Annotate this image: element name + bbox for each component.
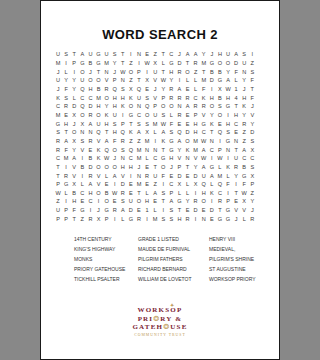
grid-cell: E bbox=[184, 111, 192, 120]
grid-cell: D bbox=[184, 128, 192, 137]
grid-cell: H bbox=[200, 189, 208, 198]
grid-cell: D bbox=[208, 76, 216, 85]
grid-cell: T bbox=[175, 206, 183, 215]
grid-cell: C bbox=[78, 93, 86, 102]
grid-cell: Z bbox=[127, 76, 135, 85]
grid-cell: P bbox=[62, 214, 70, 223]
grid-cell: O bbox=[167, 102, 175, 111]
grid-cell: G bbox=[208, 163, 216, 172]
grid-cell: L bbox=[62, 67, 70, 76]
grid-cell: W bbox=[216, 154, 224, 163]
grid-cell: P bbox=[62, 206, 70, 215]
grid-cell: W bbox=[200, 137, 208, 146]
grid-cell: H bbox=[208, 93, 216, 102]
grid-cell: G bbox=[224, 102, 232, 111]
grid-cell: Z bbox=[151, 50, 159, 59]
grid-cell: F bbox=[62, 145, 70, 154]
grid-cell: F bbox=[240, 180, 248, 189]
grid-cell: T bbox=[70, 214, 78, 223]
grid-cell: I bbox=[111, 180, 119, 189]
grid-cell: K bbox=[208, 119, 216, 128]
grid-cell: T bbox=[248, 85, 256, 94]
grid-cell: R bbox=[167, 93, 175, 102]
grid-cell: D bbox=[175, 171, 183, 180]
grid-cell: O bbox=[216, 111, 224, 120]
grid-cell: E bbox=[127, 180, 135, 189]
grid-cell: J bbox=[248, 102, 256, 111]
grid-cell: T bbox=[232, 189, 240, 198]
grid-cell: G bbox=[54, 119, 62, 128]
grid-cell: I bbox=[78, 154, 86, 163]
grid-cell: O bbox=[94, 189, 102, 198]
grid-cell: T bbox=[62, 128, 70, 137]
grid-cell: S bbox=[240, 50, 248, 59]
grid-cell: D bbox=[248, 128, 256, 137]
grid-cell: P bbox=[70, 59, 78, 68]
grid-cell: O bbox=[184, 137, 192, 146]
grid-cell: J bbox=[111, 67, 119, 76]
grid-cell: C bbox=[135, 111, 143, 120]
grid-cell: I bbox=[224, 111, 232, 120]
grid-cell: K bbox=[240, 102, 248, 111]
grid-cell: R bbox=[192, 59, 200, 68]
grid-cell: X bbox=[248, 171, 256, 180]
word-item: HENRY VIII bbox=[209, 234, 256, 244]
grid-cell: Y bbox=[248, 197, 256, 206]
grid-cell: I bbox=[159, 180, 167, 189]
grid-cell: K bbox=[184, 145, 192, 154]
grid-cell: V bbox=[200, 111, 208, 120]
grid-cell: S bbox=[62, 93, 70, 102]
grid-cell: S bbox=[248, 137, 256, 146]
grid-cell: A bbox=[200, 145, 208, 154]
grid-cell: Y bbox=[240, 76, 248, 85]
grid-cell: L bbox=[184, 189, 192, 198]
word-list-column-2: GRADE 1 LISTEDMAUDE DE FURNIVALPILGRIM F… bbox=[138, 234, 192, 284]
grid-cell: E bbox=[232, 128, 240, 137]
grid-cell: Y bbox=[192, 163, 200, 172]
grid-cell: T bbox=[184, 59, 192, 68]
grid-cell: Z bbox=[135, 137, 143, 146]
grid-cell: O bbox=[216, 59, 224, 68]
grid-cell: C bbox=[86, 197, 94, 206]
grid-cell: V bbox=[232, 206, 240, 215]
grid-cell: O bbox=[103, 93, 111, 102]
grid-cell: D bbox=[232, 59, 240, 68]
grid-cell: E bbox=[232, 197, 240, 206]
word-item: MEDIEVAL, bbox=[209, 244, 256, 254]
grid-cell: P bbox=[54, 180, 62, 189]
page-title: WORD SEARCH 2 bbox=[41, 27, 279, 42]
grid-cell: X bbox=[70, 180, 78, 189]
grid-cell: D bbox=[192, 206, 200, 215]
grid-cell: M bbox=[94, 93, 102, 102]
grid-cell: R bbox=[232, 163, 240, 172]
grid-cell: Z bbox=[248, 59, 256, 68]
grid-cell: H bbox=[86, 189, 94, 198]
grid-cell: J bbox=[111, 154, 119, 163]
grid-cell: Y bbox=[175, 145, 183, 154]
grid-cell: G bbox=[224, 206, 232, 215]
grid-cell: E bbox=[111, 197, 119, 206]
grid-cell: F bbox=[111, 137, 119, 146]
grid-cell: M bbox=[54, 59, 62, 68]
grid-cell: R bbox=[86, 111, 94, 120]
grid-cell: N bbox=[232, 137, 240, 146]
grid-cell: J bbox=[54, 67, 62, 76]
grid-cell: A bbox=[70, 154, 78, 163]
grid-cell: R bbox=[200, 102, 208, 111]
grid-cell: M bbox=[216, 171, 224, 180]
grid-cell: E bbox=[127, 189, 135, 198]
grid-cell: Y bbox=[248, 119, 256, 128]
grid-cell: N bbox=[224, 145, 232, 154]
grid-cell: C bbox=[167, 50, 175, 59]
word-item: GRADE 1 LISTED bbox=[138, 234, 192, 244]
word-list-column-1: 14TH CENTURYKING'S HIGHWAYMONKSPRIORY GA… bbox=[74, 234, 125, 284]
grid-cell: I bbox=[111, 214, 119, 223]
grid-cell: M bbox=[135, 154, 143, 163]
grid-cell: U bbox=[54, 76, 62, 85]
word-item: RICHARD BERNARD bbox=[138, 264, 192, 274]
grid-cell: Z bbox=[192, 67, 200, 76]
grid-cell: A bbox=[208, 171, 216, 180]
grid-cell: R bbox=[192, 102, 200, 111]
grid-cell: I bbox=[208, 154, 216, 163]
grid-cell: T bbox=[159, 50, 167, 59]
grid-cell: I bbox=[135, 59, 143, 68]
grid-cell: Z bbox=[78, 214, 86, 223]
grid-cell: U bbox=[232, 154, 240, 163]
grid-cell: V bbox=[70, 171, 78, 180]
grid-cell: A bbox=[86, 180, 94, 189]
grid-cell: O bbox=[127, 102, 135, 111]
grid-cell: L bbox=[192, 85, 200, 94]
grid-cell: H bbox=[175, 214, 183, 223]
grid-cell: T bbox=[94, 67, 102, 76]
grid-cell: O bbox=[103, 163, 111, 172]
grid-cell: T bbox=[103, 128, 111, 137]
grid-cell: J bbox=[135, 163, 143, 172]
grid-cell: S bbox=[224, 128, 232, 137]
grid-cell: L bbox=[184, 180, 192, 189]
grid-cell: H bbox=[111, 128, 119, 137]
grid-cell: I bbox=[192, 214, 200, 223]
grid-cell: R bbox=[240, 119, 248, 128]
grid-cell: T bbox=[208, 128, 216, 137]
grid-cell: J bbox=[94, 206, 102, 215]
grid-cell: D bbox=[70, 102, 78, 111]
grid-cell: X bbox=[192, 180, 200, 189]
grid-cell: L bbox=[151, 128, 159, 137]
grid-cell: X bbox=[175, 180, 183, 189]
grid-cell: E bbox=[135, 206, 143, 215]
grid-cell: R bbox=[54, 137, 62, 146]
grid-cell: I bbox=[192, 189, 200, 198]
grid-cell: 4 bbox=[232, 93, 240, 102]
grid-cell: Z bbox=[248, 189, 256, 198]
grid-cell: L bbox=[192, 76, 200, 85]
grid-cell: T bbox=[127, 119, 135, 128]
grid-cell: I bbox=[86, 206, 94, 215]
grid-cell: I bbox=[143, 67, 151, 76]
grid-cell: N bbox=[135, 102, 143, 111]
grid-cell: M bbox=[151, 214, 159, 223]
grid-cell: S bbox=[248, 67, 256, 76]
grid-cell: R bbox=[248, 214, 256, 223]
grid-cell: I bbox=[224, 189, 232, 198]
grid-cell: K bbox=[208, 189, 216, 198]
grid-cell: H bbox=[240, 93, 248, 102]
grid-cell: N bbox=[200, 214, 208, 223]
grid-cell: S bbox=[111, 50, 119, 59]
grid-cell: X bbox=[248, 145, 256, 154]
grid-cell: D bbox=[127, 206, 135, 215]
grid-cell: Q bbox=[216, 180, 224, 189]
grid-cell: C bbox=[127, 154, 135, 163]
grid-cell: R bbox=[175, 111, 183, 120]
grid-cell: I bbox=[62, 197, 70, 206]
grid-cell: H bbox=[119, 163, 127, 172]
grid-cell: Y bbox=[224, 67, 232, 76]
grid-cell: T bbox=[232, 145, 240, 154]
grid-cell: S bbox=[119, 197, 127, 206]
grid-cell: K bbox=[54, 93, 62, 102]
grid-cell: B bbox=[103, 189, 111, 198]
grid-cell: R bbox=[143, 171, 151, 180]
grid-cell: J bbox=[70, 119, 78, 128]
grid-cell: I bbox=[127, 50, 135, 59]
grid-cell: O bbox=[94, 76, 102, 85]
grid-cell: Z bbox=[240, 137, 248, 146]
grid-cell: N bbox=[78, 128, 86, 137]
grid-cell: X bbox=[70, 137, 78, 146]
grid-cell: G bbox=[103, 206, 111, 215]
grid-cell: I bbox=[70, 67, 78, 76]
grid-cell: R bbox=[111, 206, 119, 215]
word-item: PRIORY GATEHOUSE bbox=[74, 264, 125, 274]
grid-cell: T bbox=[151, 163, 159, 172]
grid-cell: C bbox=[208, 145, 216, 154]
grid-cell: T bbox=[70, 50, 78, 59]
grid-cell: Q bbox=[94, 128, 102, 137]
grid-cell: C bbox=[54, 154, 62, 163]
grid-cell: S bbox=[135, 119, 143, 128]
word-item: ST AUGUSTINE bbox=[209, 264, 256, 274]
grid-cell: U bbox=[103, 50, 111, 59]
grid-cell: Q bbox=[200, 180, 208, 189]
grid-cell: H bbox=[224, 119, 232, 128]
grid-cell: X bbox=[70, 111, 78, 120]
grid-cell: O bbox=[127, 67, 135, 76]
grid-cell: W bbox=[200, 154, 208, 163]
grid-cell: Y bbox=[232, 171, 240, 180]
grid-cell: S bbox=[216, 102, 224, 111]
grid-cell: D bbox=[175, 59, 183, 68]
grid-cell: P bbox=[54, 214, 62, 223]
grid-cell: B bbox=[86, 59, 94, 68]
grid-cell: E bbox=[62, 111, 70, 120]
grid-cell: V bbox=[94, 137, 102, 146]
grid-cell: L bbox=[224, 171, 232, 180]
grid-cell: G bbox=[200, 119, 208, 128]
grid-cell: B bbox=[78, 163, 86, 172]
grid-cell: X bbox=[94, 214, 102, 223]
grid-cell: Q bbox=[175, 128, 183, 137]
grid-cell: G bbox=[62, 180, 70, 189]
word-item: KING'S HIGHWAY bbox=[74, 244, 125, 254]
grid-cell: C bbox=[78, 189, 86, 198]
grid-cell: L bbox=[184, 76, 192, 85]
grid-cell: G bbox=[78, 59, 86, 68]
grid-cell: H bbox=[127, 163, 135, 172]
grid-cell: P bbox=[224, 197, 232, 206]
grid-cell: E bbox=[143, 163, 151, 172]
grid-cell: C bbox=[216, 189, 224, 198]
grid-cell: V bbox=[248, 111, 256, 120]
gold-finial-icon: ✦ bbox=[170, 302, 175, 310]
grid-cell: A bbox=[184, 102, 192, 111]
grid-cell: L bbox=[240, 214, 248, 223]
grid-cell: V bbox=[103, 76, 111, 85]
grid-cell: W bbox=[143, 59, 151, 68]
grid-cell: J bbox=[54, 85, 62, 94]
grid-cell: T bbox=[216, 206, 224, 215]
grid-cell: P bbox=[248, 180, 256, 189]
grid-cell: D bbox=[86, 163, 94, 172]
grid-cell: R bbox=[86, 171, 94, 180]
grid-cell: P bbox=[216, 145, 224, 154]
grid-cell: U bbox=[86, 50, 94, 59]
grid-cell: L bbox=[159, 59, 167, 68]
grid-cell: U bbox=[78, 76, 86, 85]
grid-cell: T bbox=[159, 145, 167, 154]
grid-cell: G bbox=[167, 145, 175, 154]
grid-cell: I bbox=[94, 197, 102, 206]
grid-cell: M bbox=[192, 137, 200, 146]
grid-cell: H bbox=[192, 119, 200, 128]
logo-line-3: GATEH❂USE bbox=[41, 324, 279, 332]
grid-cell: C bbox=[192, 93, 200, 102]
grid-cell: N bbox=[240, 67, 248, 76]
grid-cell: E bbox=[143, 50, 151, 59]
word-item: MONKS bbox=[74, 254, 125, 264]
grid-cell: S bbox=[62, 50, 70, 59]
grid-cell: T bbox=[159, 197, 167, 206]
grid-cell: G bbox=[127, 214, 135, 223]
grid-cell: M bbox=[151, 119, 159, 128]
grid-cell: M bbox=[143, 137, 151, 146]
grid-cell: I bbox=[151, 137, 159, 146]
grid-cell: U bbox=[54, 50, 62, 59]
grid-cell: I bbox=[62, 163, 70, 172]
grid-cell: A bbox=[232, 50, 240, 59]
grid-cell: P bbox=[192, 111, 200, 120]
grid-cell: O bbox=[200, 197, 208, 206]
grid-cell: P bbox=[119, 119, 127, 128]
grid-cell: L bbox=[78, 180, 86, 189]
grid-cell: Z bbox=[127, 137, 135, 146]
grid-cell: L bbox=[216, 163, 224, 172]
grid-cell: V bbox=[70, 163, 78, 172]
grid-cell: H bbox=[143, 197, 151, 206]
grid-cell: S bbox=[159, 214, 167, 223]
grid-cell: J bbox=[248, 206, 256, 215]
grid-cell: B bbox=[94, 85, 102, 94]
grid-cell: I bbox=[175, 76, 183, 85]
grid-cell: W bbox=[159, 76, 167, 85]
grid-cell: W bbox=[224, 85, 232, 94]
grid-cell: A bbox=[151, 189, 159, 198]
grid-cell: E bbox=[151, 197, 159, 206]
grid-cell: J bbox=[86, 67, 94, 76]
grid-cell: R bbox=[216, 197, 224, 206]
grid-cell: H bbox=[111, 93, 119, 102]
grid-cell: V bbox=[151, 76, 159, 85]
grid-cell: R bbox=[86, 137, 94, 146]
grid-cell: Q bbox=[127, 145, 135, 154]
grid-cell: O bbox=[184, 67, 192, 76]
grid-cell: A bbox=[119, 206, 127, 215]
grid-cell: M bbox=[200, 76, 208, 85]
grid-cell: E bbox=[86, 145, 94, 154]
grid-cell: K bbox=[224, 163, 232, 172]
grid-cell: V bbox=[94, 171, 102, 180]
grid-cell: I bbox=[216, 137, 224, 146]
grid-cell: S bbox=[159, 111, 167, 120]
grid-cell: C bbox=[200, 128, 208, 137]
grid-cell: R bbox=[184, 93, 192, 102]
grid-cell: V bbox=[192, 154, 200, 163]
grid-cell: F bbox=[232, 67, 240, 76]
grid-cell: Q bbox=[119, 128, 127, 137]
grid-cell: D bbox=[119, 180, 127, 189]
grid-cell: S bbox=[119, 85, 127, 94]
grid-cell: Y bbox=[167, 76, 175, 85]
grid-cell: O bbox=[159, 102, 167, 111]
grid-cell: X bbox=[127, 85, 135, 94]
grid-cell: A bbox=[159, 128, 167, 137]
grid-cell: X bbox=[240, 197, 248, 206]
grid-cell: Q bbox=[78, 102, 86, 111]
grid-cell: Z bbox=[240, 128, 248, 137]
grid-cell: H bbox=[192, 128, 200, 137]
grid-cell: U bbox=[200, 171, 208, 180]
grid-cell: U bbox=[94, 119, 102, 128]
grid-cell: X bbox=[151, 59, 159, 68]
grid-cell: T bbox=[200, 67, 208, 76]
grid-cell: G bbox=[224, 214, 232, 223]
grid-cell: Z bbox=[54, 197, 62, 206]
grid-cell: Q bbox=[216, 128, 224, 137]
grid-cell: K bbox=[94, 145, 102, 154]
grid-cell: L bbox=[62, 189, 70, 198]
grid-cell: 1 bbox=[232, 85, 240, 94]
grid-cell: B bbox=[86, 154, 94, 163]
grid-cell: W bbox=[54, 189, 62, 198]
grid-cell: N bbox=[135, 171, 143, 180]
grid-cell: G bbox=[216, 214, 224, 223]
grid-cell: J bbox=[208, 50, 216, 59]
grid-cell: R bbox=[135, 214, 143, 223]
grid-cell: Y bbox=[62, 76, 70, 85]
grid-cell: Q bbox=[103, 145, 111, 154]
grid-cell: G bbox=[94, 50, 102, 59]
grid-cell: N bbox=[86, 128, 94, 137]
grid-cell: A bbox=[175, 85, 183, 94]
grid-cell: F bbox=[167, 119, 175, 128]
grid-cell: V bbox=[175, 154, 183, 163]
